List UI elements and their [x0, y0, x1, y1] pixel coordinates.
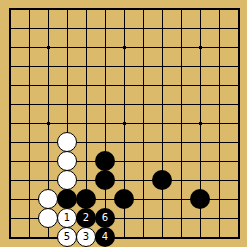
grid-line-v — [200, 171, 201, 190]
grid-line-v — [200, 152, 201, 171]
intersection-f12[interactable] — [96, 19, 115, 38]
intersection-j7[interactable] — [153, 114, 172, 133]
grid-line-v — [238, 152, 239, 171]
grid-line-v — [29, 57, 30, 76]
grid-line-h — [10, 85, 20, 86]
grid-line-v — [181, 114, 182, 133]
intersection-l5[interactable] — [191, 152, 210, 171]
grid-line-v — [219, 95, 220, 114]
intersection-d4[interactable] — [58, 171, 77, 190]
intersection-n2[interactable] — [229, 209, 248, 228]
grid-line-v — [10, 76, 11, 95]
intersection-m7[interactable] — [210, 114, 229, 133]
intersection-e10[interactable] — [77, 57, 96, 76]
grid-line-v — [238, 228, 239, 238]
grid-line-v — [219, 152, 220, 171]
intersection-f9[interactable] — [96, 76, 115, 95]
grid-line-h — [10, 161, 20, 162]
intersection-m2[interactable] — [210, 209, 229, 228]
intersection-k7[interactable] — [172, 114, 191, 133]
intersection-j5[interactable] — [153, 152, 172, 171]
grid-line-v — [181, 95, 182, 114]
intersection-k10[interactable] — [172, 57, 191, 76]
intersection-b7[interactable] — [20, 114, 39, 133]
grid-line-v — [200, 133, 201, 152]
grid-line-v — [219, 171, 220, 190]
grid-line-h — [10, 237, 20, 238]
intersection-b2[interactable] — [20, 209, 39, 228]
intersection-l6[interactable] — [191, 133, 210, 152]
grid-line-v — [162, 76, 163, 95]
stone-black-g3 — [114, 189, 134, 209]
grid-line-v — [29, 133, 30, 152]
intersection-e5[interactable] — [77, 152, 96, 171]
grid-line-v — [86, 152, 87, 171]
grid-line-h — [10, 47, 20, 48]
intersection-b1[interactable] — [20, 228, 39, 247]
stone-black-d3 — [57, 189, 77, 209]
move-number-label: 2 — [83, 213, 89, 223]
intersection-d9[interactable] — [58, 76, 77, 95]
intersection-l11[interactable] — [191, 38, 210, 57]
grid-line-v — [48, 133, 49, 152]
intersection-j11[interactable] — [153, 38, 172, 57]
grid-line-v — [162, 19, 163, 38]
intersection-c4[interactable] — [39, 171, 58, 190]
intersection-k11[interactable] — [172, 38, 191, 57]
intersection-g12[interactable] — [115, 19, 134, 38]
intersection-b11[interactable] — [20, 38, 39, 57]
grid-line-v — [143, 95, 144, 114]
intersection-m8[interactable] — [210, 95, 229, 114]
intersection-c6[interactable] — [39, 133, 58, 152]
grid-line-v — [29, 95, 30, 114]
grid-line-v — [10, 152, 11, 171]
grid-line-v — [219, 133, 220, 152]
intersection-f8[interactable] — [96, 95, 115, 114]
intersection-l10[interactable] — [191, 57, 210, 76]
move-number-label: 4 — [102, 232, 108, 242]
grid-line-v — [124, 76, 125, 95]
intersection-d10[interactable] — [58, 57, 77, 76]
intersection-g3[interactable] — [115, 190, 134, 209]
intersection-m9[interactable] — [210, 76, 229, 95]
grid-line-v — [124, 19, 125, 38]
intersection-k12[interactable] — [172, 19, 191, 38]
intersection-g4[interactable] — [115, 171, 134, 190]
intersection-k9[interactable] — [172, 76, 191, 95]
intersection-a5[interactable] — [1, 152, 20, 171]
intersection-e3[interactable] — [77, 190, 96, 209]
grid-line-v — [143, 209, 144, 228]
intersection-d3[interactable] — [58, 190, 77, 209]
grid-line-v — [238, 209, 239, 228]
star-point — [47, 122, 50, 125]
intersection-c5[interactable] — [39, 152, 58, 171]
intersection-k4[interactable] — [172, 171, 191, 190]
grid-line-v — [143, 19, 144, 38]
grid-line-v — [86, 76, 87, 95]
intersection-j3[interactable] — [153, 190, 172, 209]
grid-line-h — [10, 180, 20, 181]
grid-line-h — [10, 199, 20, 200]
grid-line-v — [181, 190, 182, 209]
intersection-c8[interactable] — [39, 95, 58, 114]
intersection-m6[interactable] — [210, 133, 229, 152]
intersection-n1[interactable] — [229, 228, 248, 247]
grid-line-v — [162, 209, 163, 228]
intersection-d5[interactable] — [58, 152, 77, 171]
intersection-h12[interactable] — [134, 19, 153, 38]
grid-line-v — [143, 228, 144, 238]
intersection-n9[interactable] — [229, 76, 248, 95]
intersection-c10[interactable] — [39, 57, 58, 76]
intersection-g13[interactable] — [115, 0, 134, 19]
grid-line-v — [10, 19, 11, 38]
intersection-m3[interactable] — [210, 190, 229, 209]
grid-line-v — [162, 114, 163, 133]
intersection-c9[interactable] — [39, 76, 58, 95]
intersection-c11[interactable] — [39, 38, 58, 57]
intersection-l13[interactable] — [191, 0, 210, 19]
grid-line-v — [238, 190, 239, 209]
intersection-a2[interactable] — [1, 209, 20, 228]
star-point — [123, 122, 126, 125]
move-3-stone-white-e1: 3 — [76, 227, 96, 247]
grid-line-v — [143, 114, 144, 133]
intersection-a6[interactable] — [1, 133, 20, 152]
grid-line-v — [124, 152, 125, 171]
grid-line-v — [143, 152, 144, 171]
stone-white-c2 — [38, 208, 58, 228]
intersection-a7[interactable] — [1, 114, 20, 133]
intersection-l9[interactable] — [191, 76, 210, 95]
intersection-b4[interactable] — [20, 171, 39, 190]
grid-line-v — [29, 114, 30, 133]
grid-line-v — [105, 95, 106, 114]
intersection-g2[interactable] — [115, 209, 134, 228]
grid-line-v — [162, 9, 163, 19]
intersection-d7[interactable] — [58, 114, 77, 133]
grid-line-v — [143, 57, 144, 76]
grid-line-v — [143, 76, 144, 95]
grid-line-v — [10, 209, 11, 228]
intersection-l8[interactable] — [191, 95, 210, 114]
intersection-a10[interactable] — [1, 57, 20, 76]
grid-line-v — [105, 57, 106, 76]
grid-line-v — [200, 9, 201, 19]
intersection-l4[interactable] — [191, 171, 210, 190]
grid-line-v — [181, 76, 182, 95]
intersection-d13[interactable] — [58, 0, 77, 19]
stone-black-e3 — [76, 189, 96, 209]
grid-line-h — [10, 218, 20, 219]
intersection-h13[interactable] — [134, 0, 153, 19]
intersection-l7[interactable] — [191, 114, 210, 133]
grid-line-v — [105, 9, 106, 19]
intersection-k5[interactable] — [172, 152, 191, 171]
intersection-j4[interactable] — [153, 171, 172, 190]
intersection-m10[interactable] — [210, 57, 229, 76]
intersection-n8[interactable] — [229, 95, 248, 114]
intersection-e8[interactable] — [77, 95, 96, 114]
grid-line-v — [105, 76, 106, 95]
intersection-h7[interactable] — [134, 114, 153, 133]
intersection-e11[interactable] — [77, 38, 96, 57]
intersection-h3[interactable] — [134, 190, 153, 209]
grid-line-v — [143, 9, 144, 19]
intersection-j13[interactable] — [153, 0, 172, 19]
intersection-a13[interactable] — [1, 0, 20, 19]
intersection-b8[interactable] — [20, 95, 39, 114]
grid-line-v — [238, 171, 239, 190]
intersection-d8[interactable] — [58, 95, 77, 114]
intersection-h11[interactable] — [134, 38, 153, 57]
grid-line-v — [143, 171, 144, 190]
grid-line-v — [162, 133, 163, 152]
star-point — [47, 46, 50, 49]
intersection-l3[interactable] — [191, 190, 210, 209]
grid-line-v — [181, 9, 182, 19]
star-point — [199, 46, 202, 49]
intersection-d2[interactable]: 1 — [58, 209, 77, 228]
grid-line-v — [48, 9, 49, 19]
intersection-m13[interactable] — [210, 0, 229, 19]
grid-line-v — [181, 133, 182, 152]
grid-line-v — [143, 133, 144, 152]
intersection-f13[interactable] — [96, 0, 115, 19]
grid-line-v — [200, 57, 201, 76]
intersection-e4[interactable] — [77, 171, 96, 190]
move-number-label: 1 — [64, 213, 70, 223]
grid-line-v — [10, 228, 11, 238]
grid-line-v — [86, 95, 87, 114]
intersection-d6[interactable] — [58, 133, 77, 152]
intersection-g6[interactable] — [115, 133, 134, 152]
grid-line-h — [10, 66, 20, 67]
grid-line-v — [181, 57, 182, 76]
grid-line-v — [143, 190, 144, 209]
intersection-n11[interactable] — [229, 38, 248, 57]
intersection-d12[interactable] — [58, 19, 77, 38]
intersection-b13[interactable] — [20, 0, 39, 19]
intersection-a8[interactable] — [1, 95, 20, 114]
grid-line-v — [162, 190, 163, 209]
grid-line-v — [219, 76, 220, 95]
intersection-m11[interactable] — [210, 38, 229, 57]
grid-line-v — [67, 95, 68, 114]
grid-line-v — [181, 152, 182, 171]
grid-line-v — [48, 76, 49, 95]
intersection-l1[interactable] — [191, 228, 210, 247]
intersection-j8[interactable] — [153, 95, 172, 114]
stone-black-f4 — [95, 170, 115, 190]
go-board-diagram: 126534 — [0, 0, 247, 247]
intersection-m12[interactable] — [210, 19, 229, 38]
grid-line-v — [67, 57, 68, 76]
intersection-f5[interactable] — [96, 152, 115, 171]
grid-line-v — [162, 152, 163, 171]
intersection-b6[interactable] — [20, 133, 39, 152]
intersection-k8[interactable] — [172, 95, 191, 114]
intersection-k13[interactable] — [172, 0, 191, 19]
grid-line-v — [48, 228, 49, 238]
intersection-c12[interactable] — [39, 19, 58, 38]
intersection-j10[interactable] — [153, 57, 172, 76]
intersection-a11[interactable] — [1, 38, 20, 57]
intersection-l2[interactable] — [191, 209, 210, 228]
grid-line-v — [124, 9, 125, 19]
intersection-m4[interactable] — [210, 171, 229, 190]
grid-line-v — [86, 57, 87, 76]
intersection-l12[interactable] — [191, 19, 210, 38]
intersection-f2[interactable]: 6 — [96, 209, 115, 228]
intersection-h10[interactable] — [134, 57, 153, 76]
intersection-g5[interactable] — [115, 152, 134, 171]
intersection-h5[interactable] — [134, 152, 153, 171]
grid-line-v — [67, 114, 68, 133]
grid-line-v — [48, 152, 49, 171]
intersection-n10[interactable] — [229, 57, 248, 76]
grid-line-v — [162, 95, 163, 114]
intersection-h6[interactable] — [134, 133, 153, 152]
intersection-n7[interactable] — [229, 114, 248, 133]
grid-line-v — [86, 133, 87, 152]
grid-line-v — [219, 209, 220, 228]
grid-line-h — [10, 142, 20, 143]
intersection-a1[interactable] — [1, 228, 20, 247]
intersection-f7[interactable] — [96, 114, 115, 133]
grid-line-v — [29, 38, 30, 57]
intersection-m5[interactable] — [210, 152, 229, 171]
intersection-e6[interactable] — [77, 133, 96, 152]
intersection-e2[interactable]: 2 — [77, 209, 96, 228]
intersection-c7[interactable] — [39, 114, 58, 133]
intersection-j6[interactable] — [153, 133, 172, 152]
grid-line-h — [10, 123, 20, 124]
intersection-b12[interactable] — [20, 19, 39, 38]
grid-line-v — [238, 19, 239, 38]
intersection-b5[interactable] — [20, 152, 39, 171]
grid-line-v — [124, 209, 125, 228]
intersection-c1[interactable] — [39, 228, 58, 247]
intersection-e1[interactable]: 3 — [77, 228, 96, 247]
intersection-d1[interactable]: 5 — [58, 228, 77, 247]
intersection-j9[interactable] — [153, 76, 172, 95]
grid-line-v — [67, 9, 68, 19]
grid-line-v — [10, 133, 11, 152]
intersection-h8[interactable] — [134, 95, 153, 114]
intersection-g11[interactable] — [115, 38, 134, 57]
intersection-g7[interactable] — [115, 114, 134, 133]
intersection-c13[interactable] — [39, 0, 58, 19]
intersection-j1[interactable] — [153, 228, 172, 247]
intersection-d11[interactable] — [58, 38, 77, 57]
intersection-k3[interactable] — [172, 190, 191, 209]
grid-line-v — [219, 38, 220, 57]
grid-line-v — [219, 114, 220, 133]
intersection-a4[interactable] — [1, 171, 20, 190]
intersection-m1[interactable] — [210, 228, 229, 247]
intersection-e13[interactable] — [77, 0, 96, 19]
intersection-g9[interactable] — [115, 76, 134, 95]
star-point — [123, 46, 126, 49]
grid-line-v — [105, 114, 106, 133]
grid-line-v — [48, 19, 49, 38]
intersection-b10[interactable] — [20, 57, 39, 76]
grid-line-v — [124, 95, 125, 114]
intersection-a12[interactable] — [1, 19, 20, 38]
intersection-n13[interactable] — [229, 0, 248, 19]
intersection-h9[interactable] — [134, 76, 153, 95]
intersection-f3[interactable] — [96, 190, 115, 209]
grid-line-v — [86, 19, 87, 38]
intersection-c3[interactable] — [39, 190, 58, 209]
intersection-h1[interactable] — [134, 228, 153, 247]
intersection-e9[interactable] — [77, 76, 96, 95]
intersection-c2[interactable] — [39, 209, 58, 228]
intersection-k1[interactable] — [172, 228, 191, 247]
intersection-b9[interactable] — [20, 76, 39, 95]
grid-line-v — [219, 228, 220, 238]
intersection-g1[interactable] — [115, 228, 134, 247]
intersection-f4[interactable] — [96, 171, 115, 190]
intersection-k2[interactable] — [172, 209, 191, 228]
intersection-a9[interactable] — [1, 76, 20, 95]
grid-line-v — [200, 228, 201, 238]
grid-line-v — [143, 38, 144, 57]
grid-line-v — [124, 133, 125, 152]
grid-line-h — [10, 9, 20, 10]
intersection-j2[interactable] — [153, 209, 172, 228]
intersection-e12[interactable] — [77, 19, 96, 38]
grid-line-v — [181, 228, 182, 238]
intersection-n3[interactable] — [229, 190, 248, 209]
intersection-g8[interactable] — [115, 95, 134, 114]
grid-line-v — [105, 190, 106, 209]
grid-line-v — [67, 19, 68, 38]
intersection-h2[interactable] — [134, 209, 153, 228]
grid-line-v — [105, 38, 106, 57]
intersection-n4[interactable] — [229, 171, 248, 190]
intersection-g10[interactable] — [115, 57, 134, 76]
grid-line-v — [48, 95, 49, 114]
grid-line-v — [124, 171, 125, 190]
intersection-f10[interactable] — [96, 57, 115, 76]
intersection-n12[interactable] — [229, 19, 248, 38]
intersection-n6[interactable] — [229, 133, 248, 152]
grid-line-v — [10, 171, 11, 190]
grid-line-v — [238, 57, 239, 76]
intersection-f11[interactable] — [96, 38, 115, 57]
move-number-label: 6 — [102, 213, 108, 223]
grid-line-v — [162, 228, 163, 238]
grid-line-v — [10, 9, 11, 19]
intersection-h4[interactable] — [134, 171, 153, 190]
intersection-e7[interactable] — [77, 114, 96, 133]
grid-line-v — [162, 57, 163, 76]
intersection-a3[interactable] — [1, 190, 20, 209]
move-number-label: 5 — [64, 232, 70, 242]
intersection-n5[interactable] — [229, 152, 248, 171]
intersection-j12[interactable] — [153, 19, 172, 38]
intersection-f6[interactable] — [96, 133, 115, 152]
grid-line-v — [181, 19, 182, 38]
intersection-k6[interactable] — [172, 133, 191, 152]
intersection-b3[interactable] — [20, 190, 39, 209]
star-point — [199, 122, 202, 125]
intersection-f1[interactable]: 4 — [96, 228, 115, 247]
